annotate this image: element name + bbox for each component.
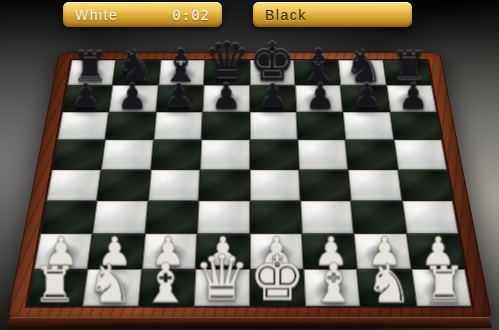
square-d5[interactable] (200, 140, 249, 170)
square-d7[interactable]: ♟ (203, 85, 250, 112)
chess-app-window: White 0:02 Black ♜♞♝♛♚♝♞♜♟♟♟♟♟♟♟♟♟♟♟♟♟♟♟… (0, 0, 499, 330)
square-f5[interactable] (298, 140, 349, 170)
piece-contact-shadow (367, 279, 407, 302)
square-f2[interactable]: ♟ (302, 234, 357, 269)
piece-contact-shadow (151, 243, 189, 265)
piece-contact-shadow (416, 243, 456, 265)
black-player-label: Black (265, 7, 307, 23)
piece-contact-shadow (349, 93, 382, 110)
square-e8[interactable]: ♚ (250, 60, 296, 85)
square-h2[interactable]: ♟ (406, 234, 465, 269)
square-e2[interactable]: ♟ (250, 234, 304, 269)
square-d4[interactable] (199, 170, 250, 201)
piece-contact-shadow (164, 93, 197, 110)
piece-contact-shadow (303, 93, 336, 110)
square-g8[interactable]: ♞ (338, 60, 386, 85)
square-b7[interactable]: ♟ (109, 85, 158, 112)
square-c5[interactable] (151, 140, 202, 170)
square-c3[interactable] (145, 201, 199, 234)
piece-contact-shadow (395, 93, 429, 110)
piece-contact-shadow (258, 279, 296, 302)
square-h3[interactable] (402, 201, 459, 234)
square-d8[interactable]: ♛ (204, 60, 250, 85)
square-b4[interactable] (97, 170, 151, 201)
square-a1[interactable]: ♜ (27, 269, 88, 306)
square-b2[interactable]: ♟ (88, 234, 145, 269)
square-h4[interactable] (398, 170, 453, 201)
piece-contact-shadow (92, 279, 132, 302)
square-h6[interactable] (390, 112, 442, 140)
square-f3[interactable] (300, 201, 354, 234)
square-g2[interactable]: ♟ (354, 234, 411, 269)
square-f6[interactable] (296, 112, 345, 140)
square-c1[interactable]: ♝ (138, 269, 195, 306)
white-clock: 0:02 (172, 7, 210, 23)
square-b5[interactable] (101, 140, 153, 170)
square-a4[interactable] (46, 170, 101, 201)
board-frame: ♜♞♝♛♚♝♞♜♟♟♟♟♟♟♟♟♟♟♟♟♟♟♟♟♜♞♝♛♚♝♞♜ (7, 52, 492, 319)
piece-contact-shadow (311, 243, 349, 265)
square-c4[interactable] (148, 170, 200, 201)
square-g7[interactable]: ♟ (341, 85, 390, 112)
square-b6[interactable] (105, 112, 156, 140)
piece-contact-shadow (211, 67, 242, 83)
square-h1[interactable]: ♜ (411, 269, 472, 306)
black-player-bar: Black (253, 2, 412, 27)
square-d6[interactable] (201, 112, 249, 140)
piece-contact-shadow (148, 279, 187, 302)
square-d1[interactable]: ♛ (194, 269, 250, 306)
square-f1[interactable]: ♝ (303, 269, 360, 306)
square-g6[interactable] (343, 112, 394, 140)
square-h7[interactable]: ♟ (386, 85, 436, 112)
square-a6[interactable] (57, 112, 109, 140)
square-g3[interactable] (351, 201, 406, 234)
square-c6[interactable] (153, 112, 202, 140)
piece-contact-shadow (203, 279, 241, 302)
square-d2[interactable]: ♟ (196, 234, 250, 269)
square-e1[interactable]: ♚ (250, 269, 306, 306)
square-g5[interactable] (346, 140, 398, 170)
white-player-bar: White 0:02 (63, 2, 222, 27)
square-f7[interactable]: ♟ (295, 85, 343, 112)
square-g1[interactable]: ♞ (357, 269, 416, 306)
square-a7[interactable]: ♟ (62, 85, 112, 112)
square-f4[interactable] (299, 170, 351, 201)
piece-contact-shadow (210, 93, 242, 110)
square-a3[interactable] (40, 201, 97, 234)
board-shadow (24, 321, 475, 330)
piece-contact-shadow (301, 67, 333, 83)
square-e7[interactable]: ♟ (250, 85, 297, 112)
piece-contact-shadow (421, 279, 462, 302)
piece-contact-shadow (313, 279, 352, 302)
piece-contact-shadow (257, 93, 289, 110)
white-player-label: White (75, 7, 118, 23)
piece-contact-shadow (75, 67, 108, 83)
square-e6[interactable] (250, 112, 298, 140)
piece-contact-shadow (117, 93, 150, 110)
square-b8[interactable]: ♞ (113, 60, 161, 85)
piece-contact-shadow (346, 67, 378, 83)
piece-contact-shadow (363, 243, 402, 265)
square-f8[interactable]: ♝ (294, 60, 341, 85)
square-a5[interactable] (52, 140, 105, 170)
piece-contact-shadow (97, 243, 136, 265)
piece-contact-shadow (258, 243, 295, 265)
square-h5[interactable] (394, 140, 447, 170)
square-g4[interactable] (348, 170, 402, 201)
square-c2[interactable]: ♟ (142, 234, 197, 269)
square-e4[interactable] (250, 170, 301, 201)
square-e5[interactable] (250, 140, 299, 170)
piece-contact-shadow (166, 67, 198, 83)
piece-contact-shadow (70, 93, 104, 110)
piece-contact-shadow (37, 279, 78, 302)
chess-board: ♜♞♝♛♚♝♞♜♟♟♟♟♟♟♟♟♟♟♟♟♟♟♟♟♜♞♝♛♚♝♞♜ (27, 60, 471, 306)
square-a8[interactable]: ♜ (67, 60, 116, 85)
square-b3[interactable] (93, 201, 148, 234)
piece-contact-shadow (120, 67, 152, 83)
square-b1[interactable]: ♞ (83, 269, 142, 306)
square-e3[interactable] (250, 201, 302, 234)
square-d3[interactable] (197, 201, 249, 234)
square-h8[interactable]: ♜ (383, 60, 432, 85)
piece-contact-shadow (43, 243, 83, 265)
piece-contact-shadow (391, 67, 424, 83)
piece-contact-shadow (204, 243, 241, 265)
piece-contact-shadow (257, 67, 288, 83)
square-c7[interactable]: ♟ (156, 85, 204, 112)
square-c8[interactable]: ♝ (158, 60, 205, 85)
square-a2[interactable]: ♟ (34, 234, 93, 269)
